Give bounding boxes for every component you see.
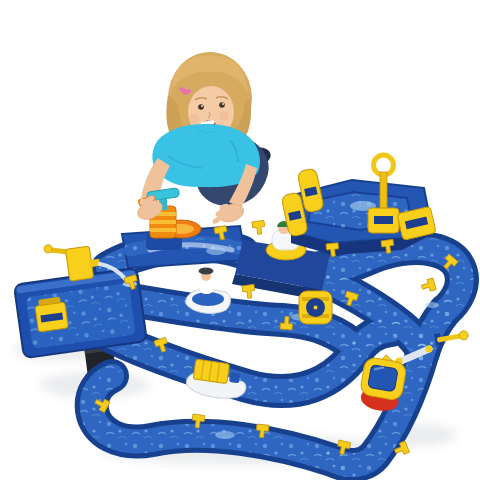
lock-platform (281, 155, 436, 255)
cabin (229, 372, 240, 383)
basin-pump (44, 238, 102, 284)
cheek-right (219, 111, 229, 121)
cheek-left (189, 114, 199, 124)
captain-cap (199, 268, 214, 275)
paddle-wheel (299, 291, 332, 324)
motorboat (186, 268, 231, 314)
child-figure (141, 52, 273, 208)
captain-torso (200, 280, 213, 294)
photo-canvas (0, 0, 480, 480)
product-photo-illustration (0, 0, 480, 480)
